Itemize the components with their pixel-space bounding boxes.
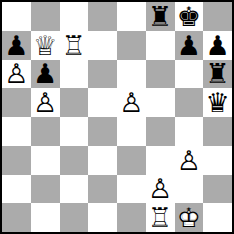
square-e4[interactable] (117, 117, 146, 146)
white-queen-piece[interactable]: ♛♕ (31, 31, 60, 60)
white-piece-outline-glyph: ♔ (175, 203, 204, 232)
square-c4[interactable] (60, 117, 89, 146)
square-g3[interactable]: ♟♙ (175, 146, 204, 175)
square-b4[interactable] (31, 117, 60, 146)
square-e3[interactable] (117, 146, 146, 175)
square-b8[interactable] (31, 2, 60, 31)
square-a5[interactable] (2, 88, 31, 117)
square-a7[interactable]: ♟ (2, 31, 31, 60)
black-king-piece[interactable]: ♚ (175, 2, 204, 31)
square-c7[interactable]: ♜♖ (60, 31, 89, 60)
black-pawn-piece[interactable]: ♟ (2, 31, 31, 60)
square-g4[interactable] (175, 117, 204, 146)
black-piece-glyph: ♟ (2, 31, 31, 60)
square-f1[interactable]: ♜♖ (146, 203, 175, 232)
black-piece-glyph: ♟ (31, 60, 60, 89)
black-piece-glyph: ♛ (203, 88, 232, 117)
white-pawn-piece[interactable]: ♟♙ (31, 88, 60, 117)
square-b2[interactable] (31, 175, 60, 204)
square-a6[interactable]: ♟♙ (2, 60, 31, 89)
white-rook-piece[interactable]: ♜♖ (60, 31, 89, 60)
white-pawn-piece[interactable]: ♟♙ (146, 175, 175, 204)
square-g2[interactable] (175, 175, 204, 204)
square-f8[interactable]: ♜ (146, 2, 175, 31)
square-d4[interactable] (88, 117, 117, 146)
square-h4[interactable] (203, 117, 232, 146)
black-pawn-piece[interactable]: ♟ (31, 60, 60, 89)
square-f5[interactable] (146, 88, 175, 117)
square-g1[interactable]: ♚♔ (175, 203, 204, 232)
white-piece-outline-glyph: ♕ (31, 31, 60, 60)
chess-board: ♜♚♟♛♕♜♖♟♟♟♙♟♜♟♙♟♙♛♟♙♟♙♜♖♚♔ (0, 0, 234, 234)
square-h1[interactable] (203, 203, 232, 232)
square-a2[interactable] (2, 175, 31, 204)
square-c8[interactable] (60, 2, 89, 31)
square-h8[interactable] (203, 2, 232, 31)
black-piece-glyph: ♟ (203, 31, 232, 60)
square-d7[interactable] (88, 31, 117, 60)
square-e8[interactable] (117, 2, 146, 31)
square-h5[interactable]: ♛ (203, 88, 232, 117)
square-f3[interactable] (146, 146, 175, 175)
white-piece-outline-glyph: ♙ (146, 175, 175, 204)
square-c2[interactable] (60, 175, 89, 204)
white-pawn-piece[interactable]: ♟♙ (117, 88, 146, 117)
square-h2[interactable] (203, 175, 232, 204)
square-c6[interactable] (60, 60, 89, 89)
square-b6[interactable]: ♟ (31, 60, 60, 89)
square-f2[interactable]: ♟♙ (146, 175, 175, 204)
square-g5[interactable] (175, 88, 204, 117)
square-d1[interactable] (88, 203, 117, 232)
black-piece-glyph: ♜ (146, 2, 175, 31)
square-b1[interactable] (31, 203, 60, 232)
square-a8[interactable] (2, 2, 31, 31)
square-d5[interactable] (88, 88, 117, 117)
square-g6[interactable] (175, 60, 204, 89)
square-a3[interactable] (2, 146, 31, 175)
square-d8[interactable] (88, 2, 117, 31)
white-rook-piece[interactable]: ♜♖ (146, 203, 175, 232)
black-pawn-piece[interactable]: ♟ (175, 31, 204, 60)
square-c5[interactable] (60, 88, 89, 117)
square-f7[interactable] (146, 31, 175, 60)
white-pawn-piece[interactable]: ♟♙ (175, 146, 204, 175)
square-b3[interactable] (31, 146, 60, 175)
square-e5[interactable]: ♟♙ (117, 88, 146, 117)
white-king-piece[interactable]: ♚♔ (175, 203, 204, 232)
white-piece-outline-glyph: ♙ (117, 88, 146, 117)
black-rook-piece[interactable]: ♜ (203, 60, 232, 89)
square-a1[interactable] (2, 203, 31, 232)
white-piece-outline-glyph: ♙ (175, 146, 204, 175)
square-d3[interactable] (88, 146, 117, 175)
black-piece-glyph: ♚ (175, 2, 204, 31)
square-c3[interactable] (60, 146, 89, 175)
square-g7[interactable]: ♟ (175, 31, 204, 60)
square-e2[interactable] (117, 175, 146, 204)
square-f6[interactable] (146, 60, 175, 89)
white-piece-outline-glyph: ♙ (31, 88, 60, 117)
white-piece-outline-glyph: ♙ (2, 60, 31, 89)
square-a4[interactable] (2, 117, 31, 146)
black-rook-piece[interactable]: ♜ (146, 2, 175, 31)
square-g8[interactable]: ♚ (175, 2, 204, 31)
square-f4[interactable] (146, 117, 175, 146)
square-h7[interactable]: ♟ (203, 31, 232, 60)
square-e6[interactable] (117, 60, 146, 89)
square-h3[interactable] (203, 146, 232, 175)
white-pawn-piece[interactable]: ♟♙ (2, 60, 31, 89)
white-piece-outline-glyph: ♖ (146, 203, 175, 232)
square-c1[interactable] (60, 203, 89, 232)
black-piece-glyph: ♜ (203, 60, 232, 89)
square-b5[interactable]: ♟♙ (31, 88, 60, 117)
white-piece-outline-glyph: ♖ (60, 31, 89, 60)
square-b7[interactable]: ♛♕ (31, 31, 60, 60)
square-e7[interactable] (117, 31, 146, 60)
square-d2[interactable] (88, 175, 117, 204)
black-piece-glyph: ♟ (175, 31, 204, 60)
square-h6[interactable]: ♜ (203, 60, 232, 89)
square-e1[interactable] (117, 203, 146, 232)
black-pawn-piece[interactable]: ♟ (203, 31, 232, 60)
square-d6[interactable] (88, 60, 117, 89)
black-queen-piece[interactable]: ♛ (203, 88, 232, 117)
